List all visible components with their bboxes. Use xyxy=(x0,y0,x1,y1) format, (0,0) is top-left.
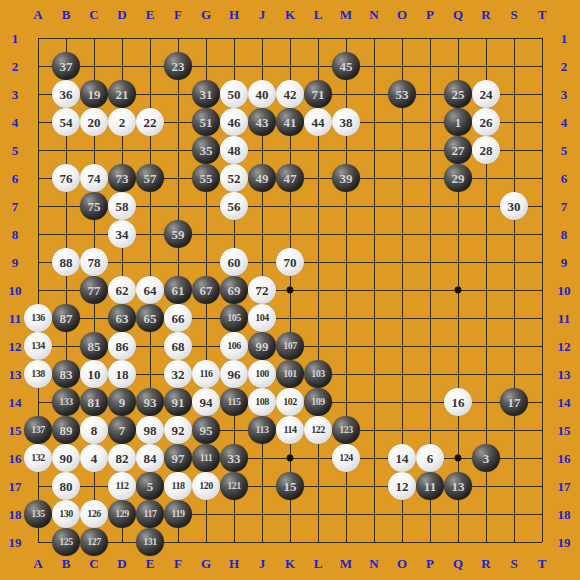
move-number: 96 xyxy=(228,368,241,381)
move-number: 52 xyxy=(228,172,241,185)
move-number: 71 xyxy=(312,88,325,101)
move-number: 138 xyxy=(31,369,45,379)
stone-white-136-A11[interactable]: 136 xyxy=(24,304,52,332)
move-number: 50 xyxy=(228,88,241,101)
stone-black-25-Q3[interactable]: 25 xyxy=(444,80,472,108)
stone-black-63-D11[interactable]: 63 xyxy=(108,304,136,332)
move-number: 109 xyxy=(311,397,325,407)
move-number: 9 xyxy=(119,396,126,409)
move-number: 125 xyxy=(59,537,73,547)
stone-white-60-H9[interactable]: 60 xyxy=(220,248,248,276)
stone-white-62-D10[interactable]: 62 xyxy=(108,276,136,304)
stone-black-59-F8[interactable]: 59 xyxy=(164,220,192,248)
stone-white-24-R3[interactable]: 24 xyxy=(472,80,500,108)
stone-white-80-B17[interactable]: 80 xyxy=(52,472,80,500)
move-number: 69 xyxy=(228,284,241,297)
row-label-right-11: 11 xyxy=(558,312,570,325)
stone-white-14-O16[interactable]: 14 xyxy=(388,444,416,472)
move-number: 93 xyxy=(144,396,157,409)
move-number: 83 xyxy=(60,368,73,381)
row-label-right-19: 19 xyxy=(558,536,571,549)
col-label-bottom-M: M xyxy=(340,557,352,570)
move-number: 129 xyxy=(115,509,129,519)
move-number: 92 xyxy=(172,424,185,437)
stone-black-73-D6[interactable]: 73 xyxy=(108,164,136,192)
col-label-top-D: D xyxy=(117,8,126,21)
stone-black-113-J15[interactable]: 113 xyxy=(248,416,276,444)
star-point-K16 xyxy=(287,455,294,462)
move-number: 25 xyxy=(452,88,465,101)
stone-black-61-F10[interactable]: 61 xyxy=(164,276,192,304)
stone-black-29-Q6[interactable]: 29 xyxy=(444,164,472,192)
col-label-bottom-R: R xyxy=(481,557,490,570)
stone-white-64-E10[interactable]: 64 xyxy=(136,276,164,304)
move-number: 124 xyxy=(339,453,353,463)
row-label-left-10: 10 xyxy=(9,284,22,297)
col-label-top-O: O xyxy=(397,8,407,21)
row-label-right-17: 17 xyxy=(558,480,571,493)
move-number: 86 xyxy=(116,340,129,353)
col-label-bottom-N: N xyxy=(369,557,378,570)
stone-black-85-C12[interactable]: 85 xyxy=(80,332,108,360)
col-label-top-G: G xyxy=(201,8,211,21)
move-number: 97 xyxy=(172,452,185,465)
stone-white-16-Q14[interactable]: 16 xyxy=(444,388,472,416)
col-label-bottom-P: P xyxy=(426,557,434,570)
move-number: 133 xyxy=(59,397,73,407)
move-number: 98 xyxy=(144,424,157,437)
stone-white-138-A13[interactable]: 138 xyxy=(24,360,52,388)
move-number: 59 xyxy=(172,228,185,241)
stone-white-20-C4[interactable]: 20 xyxy=(80,108,108,136)
stone-black-71-L3[interactable]: 71 xyxy=(304,80,332,108)
move-number: 132 xyxy=(31,453,45,463)
move-number: 84 xyxy=(144,452,157,465)
stone-black-99-J12[interactable]: 99 xyxy=(248,332,276,360)
row-label-left-12: 12 xyxy=(9,340,22,353)
move-number: 54 xyxy=(60,116,73,129)
stone-white-120-G17[interactable]: 120 xyxy=(192,472,220,500)
move-number: 74 xyxy=(88,172,101,185)
row-label-left-11: 11 xyxy=(9,312,21,325)
star-point-Q16 xyxy=(455,455,462,462)
move-number: 103 xyxy=(311,369,325,379)
stone-black-115-H14[interactable]: 115 xyxy=(220,388,248,416)
stone-white-126-C18[interactable]: 126 xyxy=(80,500,108,528)
stone-black-81-C14[interactable]: 81 xyxy=(80,388,108,416)
stone-white-44-L4[interactable]: 44 xyxy=(304,108,332,136)
stone-white-40-J3[interactable]: 40 xyxy=(248,80,276,108)
move-number: 58 xyxy=(116,200,129,213)
move-number: 101 xyxy=(283,369,297,379)
col-label-bottom-D: D xyxy=(117,557,126,570)
stone-black-1-Q4[interactable]: 1 xyxy=(444,108,472,136)
col-label-bottom-Q: Q xyxy=(453,557,463,570)
stone-black-97-F16[interactable]: 97 xyxy=(164,444,192,472)
move-number: 127 xyxy=(87,537,101,547)
row-label-right-9: 9 xyxy=(561,256,568,269)
row-label-right-12: 12 xyxy=(558,340,571,353)
stone-white-124-M16[interactable]: 124 xyxy=(332,444,360,472)
stone-white-36-B3[interactable]: 36 xyxy=(52,80,80,108)
stone-white-98-E15[interactable]: 98 xyxy=(136,416,164,444)
move-number: 68 xyxy=(172,340,185,353)
col-label-bottom-G: G xyxy=(201,557,211,570)
stone-black-121-H17[interactable]: 121 xyxy=(220,472,248,500)
stone-black-21-D3[interactable]: 21 xyxy=(108,80,136,108)
move-number: 102 xyxy=(283,397,297,407)
stone-black-83-B13[interactable]: 83 xyxy=(52,360,80,388)
row-label-left-17: 17 xyxy=(9,480,22,493)
stone-white-38-M4[interactable]: 38 xyxy=(332,108,360,136)
col-label-top-T: T xyxy=(538,8,547,21)
col-label-top-K: K xyxy=(285,8,295,21)
move-number: 28 xyxy=(480,144,493,157)
move-number: 37 xyxy=(60,60,73,73)
stone-black-103-L13[interactable]: 103 xyxy=(304,360,332,388)
stone-white-46-H4[interactable]: 46 xyxy=(220,108,248,136)
stone-black-91-F14[interactable]: 91 xyxy=(164,388,192,416)
move-number: 43 xyxy=(256,116,269,129)
row-label-right-14: 14 xyxy=(558,396,571,409)
stone-black-11-P17[interactable]: 11 xyxy=(416,472,444,500)
move-number: 87 xyxy=(60,312,73,325)
stone-white-48-H5[interactable]: 48 xyxy=(220,136,248,164)
stone-black-5-E17[interactable]: 5 xyxy=(136,472,164,500)
col-label-bottom-F: F xyxy=(174,557,182,570)
move-number: 1 xyxy=(455,116,462,129)
stone-black-39-M6[interactable]: 39 xyxy=(332,164,360,192)
move-number: 117 xyxy=(144,509,157,519)
stone-black-117-E18[interactable]: 117 xyxy=(136,500,164,528)
stone-white-76-B6[interactable]: 76 xyxy=(52,164,80,192)
stone-white-74-C6[interactable]: 74 xyxy=(80,164,108,192)
stone-white-8-C15[interactable]: 8 xyxy=(80,416,108,444)
move-number: 45 xyxy=(340,60,353,73)
stone-white-94-G14[interactable]: 94 xyxy=(192,388,220,416)
stone-white-10-C13[interactable]: 10 xyxy=(80,360,108,388)
stone-white-68-F12[interactable]: 68 xyxy=(164,332,192,360)
stone-white-96-H13[interactable]: 96 xyxy=(220,360,248,388)
row-label-left-9: 9 xyxy=(12,256,19,269)
stone-white-58-D7[interactable]: 58 xyxy=(108,192,136,220)
move-number: 22 xyxy=(144,116,157,129)
stone-white-84-E16[interactable]: 84 xyxy=(136,444,164,472)
stone-white-130-B18[interactable]: 130 xyxy=(52,500,80,528)
move-number: 136 xyxy=(31,313,45,323)
move-number: 4 xyxy=(91,452,98,465)
col-label-top-A: A xyxy=(33,8,42,21)
stone-black-33-H16[interactable]: 33 xyxy=(220,444,248,472)
stone-white-106-H12[interactable]: 106 xyxy=(220,332,248,360)
col-label-bottom-L: L xyxy=(314,557,323,570)
stone-black-15-K17[interactable]: 15 xyxy=(276,472,304,500)
move-number: 20 xyxy=(88,116,101,129)
stone-black-47-K6[interactable]: 47 xyxy=(276,164,304,192)
stone-white-118-F17[interactable]: 118 xyxy=(164,472,192,500)
stone-black-7-D15[interactable]: 7 xyxy=(108,416,136,444)
move-number: 118 xyxy=(172,481,185,491)
stone-white-72-J10[interactable]: 72 xyxy=(248,276,276,304)
row-label-right-18: 18 xyxy=(558,508,571,521)
star-point-Q10 xyxy=(455,287,462,294)
stone-black-65-E11[interactable]: 65 xyxy=(136,304,164,332)
stone-black-41-K4[interactable]: 41 xyxy=(276,108,304,136)
stone-white-100-J13[interactable]: 100 xyxy=(248,360,276,388)
stone-white-34-D8[interactable]: 34 xyxy=(108,220,136,248)
move-number: 122 xyxy=(311,425,325,435)
stone-black-119-F18[interactable]: 119 xyxy=(164,500,192,528)
move-number: 51 xyxy=(200,116,213,129)
move-number: 29 xyxy=(452,172,465,185)
stone-white-114-K15[interactable]: 114 xyxy=(276,416,304,444)
move-number: 123 xyxy=(339,425,353,435)
stone-black-51-G4[interactable]: 51 xyxy=(192,108,220,136)
move-number: 107 xyxy=(283,341,297,351)
move-number: 16 xyxy=(452,396,465,409)
row-label-right-15: 15 xyxy=(558,424,571,437)
stone-white-86-D12[interactable]: 86 xyxy=(108,332,136,360)
row-label-right-8: 8 xyxy=(561,228,568,241)
stone-black-49-J6[interactable]: 49 xyxy=(248,164,276,192)
move-number: 26 xyxy=(480,116,493,129)
stone-black-105-H11[interactable]: 105 xyxy=(220,304,248,332)
stone-white-52-H6[interactable]: 52 xyxy=(220,164,248,192)
stone-white-90-B16[interactable]: 90 xyxy=(52,444,80,472)
stone-black-137-A15[interactable]: 137 xyxy=(24,416,52,444)
move-number: 46 xyxy=(228,116,241,129)
move-number: 90 xyxy=(60,452,73,465)
move-number: 63 xyxy=(116,312,129,325)
move-number: 27 xyxy=(452,144,465,157)
move-number: 73 xyxy=(116,172,129,185)
move-number: 134 xyxy=(31,341,45,351)
stone-black-53-O3[interactable]: 53 xyxy=(388,80,416,108)
stone-white-12-O17[interactable]: 12 xyxy=(388,472,416,500)
stone-black-109-L14[interactable]: 109 xyxy=(304,388,332,416)
stone-black-27-Q5[interactable]: 27 xyxy=(444,136,472,164)
move-number: 85 xyxy=(88,340,101,353)
move-number: 14 xyxy=(396,452,409,465)
stone-black-69-H10[interactable]: 69 xyxy=(220,276,248,304)
row-label-left-7: 7 xyxy=(12,200,19,213)
stone-white-92-F15[interactable]: 92 xyxy=(164,416,192,444)
move-number: 112 xyxy=(116,481,129,491)
stone-black-135-A18[interactable]: 135 xyxy=(24,500,52,528)
move-number: 44 xyxy=(312,116,325,129)
stone-white-108-J14[interactable]: 108 xyxy=(248,388,276,416)
move-number: 3 xyxy=(483,452,490,465)
row-label-right-16: 16 xyxy=(558,452,571,465)
stone-white-2-D4[interactable]: 2 xyxy=(108,108,136,136)
stone-black-127-C19[interactable]: 127 xyxy=(80,528,108,556)
move-number: 114 xyxy=(284,425,297,435)
stone-black-3-R16[interactable]: 3 xyxy=(472,444,500,472)
stone-black-93-E14[interactable]: 93 xyxy=(136,388,164,416)
stone-white-22-E4[interactable]: 22 xyxy=(136,108,164,136)
move-number: 49 xyxy=(256,172,269,185)
move-number: 121 xyxy=(227,481,241,491)
col-label-top-J: J xyxy=(259,8,266,21)
move-number: 21 xyxy=(116,88,129,101)
move-number: 15 xyxy=(284,480,297,493)
move-number: 33 xyxy=(228,452,241,465)
move-number: 47 xyxy=(284,172,297,185)
stone-white-56-H7[interactable]: 56 xyxy=(220,192,248,220)
stone-black-43-J4[interactable]: 43 xyxy=(248,108,276,136)
stone-white-104-J11[interactable]: 104 xyxy=(248,304,276,332)
stone-white-32-F13[interactable]: 32 xyxy=(164,360,192,388)
col-label-top-S: S xyxy=(510,8,517,21)
move-number: 38 xyxy=(340,116,353,129)
stone-black-129-D18[interactable]: 129 xyxy=(108,500,136,528)
stone-white-122-L15[interactable]: 122 xyxy=(304,416,332,444)
move-number: 7 xyxy=(119,424,126,437)
stone-white-42-K3[interactable]: 42 xyxy=(276,80,304,108)
stone-white-82-D16[interactable]: 82 xyxy=(108,444,136,472)
move-number: 41 xyxy=(284,116,297,129)
row-label-left-4: 4 xyxy=(12,116,19,129)
stone-white-28-R5[interactable]: 28 xyxy=(472,136,500,164)
stone-white-26-R4[interactable]: 26 xyxy=(472,108,500,136)
move-number: 6 xyxy=(427,452,434,465)
stone-black-77-C10[interactable]: 77 xyxy=(80,276,108,304)
stone-black-111-G16[interactable]: 111 xyxy=(192,444,220,472)
stone-black-125-B19[interactable]: 125 xyxy=(52,528,80,556)
move-number: 80 xyxy=(60,480,73,493)
col-label-top-E: E xyxy=(146,8,155,21)
move-number: 108 xyxy=(255,397,269,407)
move-number: 130 xyxy=(59,509,73,519)
move-number: 42 xyxy=(284,88,297,101)
stone-white-66-F11[interactable]: 66 xyxy=(164,304,192,332)
stone-black-123-M15[interactable]: 123 xyxy=(332,416,360,444)
move-number: 32 xyxy=(172,368,185,381)
stone-black-101-K13[interactable]: 101 xyxy=(276,360,304,388)
row-label-left-6: 6 xyxy=(12,172,19,185)
stone-black-89-B15[interactable]: 89 xyxy=(52,416,80,444)
row-label-left-15: 15 xyxy=(9,424,22,437)
move-number: 137 xyxy=(31,425,45,435)
col-label-bottom-J: J xyxy=(259,557,266,570)
move-number: 40 xyxy=(256,88,269,101)
col-label-top-F: F xyxy=(174,8,182,21)
stone-white-70-K9[interactable]: 70 xyxy=(276,248,304,276)
stone-black-107-K12[interactable]: 107 xyxy=(276,332,304,360)
col-label-top-N: N xyxy=(369,8,378,21)
move-number: 75 xyxy=(88,200,101,213)
move-number: 135 xyxy=(31,509,45,519)
move-number: 19 xyxy=(88,88,101,101)
stone-black-67-G10[interactable]: 67 xyxy=(192,276,220,304)
move-number: 60 xyxy=(228,256,241,269)
stone-white-88-B9[interactable]: 88 xyxy=(52,248,80,276)
stone-white-54-B4[interactable]: 54 xyxy=(52,108,80,136)
move-number: 35 xyxy=(200,144,213,157)
move-number: 70 xyxy=(284,256,297,269)
row-label-left-2: 2 xyxy=(12,60,19,73)
move-number: 62 xyxy=(116,284,129,297)
stone-black-9-D14[interactable]: 9 xyxy=(108,388,136,416)
stone-black-87-B11[interactable]: 87 xyxy=(52,304,80,332)
move-number: 104 xyxy=(255,313,269,323)
stone-black-13-Q17[interactable]: 13 xyxy=(444,472,472,500)
stone-white-50-H3[interactable]: 50 xyxy=(220,80,248,108)
stone-white-134-A12[interactable]: 134 xyxy=(24,332,52,360)
move-number: 57 xyxy=(144,172,157,185)
stone-black-55-G6[interactable]: 55 xyxy=(192,164,220,192)
goban[interactable]: AABBCCDDEEFFGGHHJJKKLLMMNNOOPPQQRRSSTT11… xyxy=(0,0,580,580)
col-label-top-Q: Q xyxy=(453,8,463,21)
move-number: 77 xyxy=(88,284,101,297)
col-label-top-H: H xyxy=(229,8,239,21)
stone-black-133-B14[interactable]: 133 xyxy=(52,388,80,416)
stone-black-37-B2[interactable]: 37 xyxy=(52,52,80,80)
stone-white-30-S7[interactable]: 30 xyxy=(500,192,528,220)
row-label-right-3: 3 xyxy=(561,88,568,101)
move-number: 13 xyxy=(452,480,465,493)
move-number: 61 xyxy=(172,284,185,297)
stone-white-132-A16[interactable]: 132 xyxy=(24,444,52,472)
stone-white-116-G13[interactable]: 116 xyxy=(192,360,220,388)
col-label-bottom-K: K xyxy=(285,557,295,570)
stone-black-45-M2[interactable]: 45 xyxy=(332,52,360,80)
stone-black-95-G15[interactable]: 95 xyxy=(192,416,220,444)
row-label-right-10: 10 xyxy=(558,284,571,297)
move-number: 78 xyxy=(88,256,101,269)
move-number: 56 xyxy=(228,200,241,213)
move-number: 34 xyxy=(116,228,129,241)
move-number: 11 xyxy=(424,480,436,493)
move-number: 91 xyxy=(172,396,185,409)
star-point-K10 xyxy=(287,287,294,294)
move-number: 53 xyxy=(396,88,409,101)
stone-white-112-D17[interactable]: 112 xyxy=(108,472,136,500)
stone-black-31-G3[interactable]: 31 xyxy=(192,80,220,108)
stone-black-19-C3[interactable]: 19 xyxy=(80,80,108,108)
row-label-left-8: 8 xyxy=(12,228,19,241)
stone-black-131-E19[interactable]: 131 xyxy=(136,528,164,556)
row-label-right-5: 5 xyxy=(561,144,568,157)
stone-black-23-F2[interactable]: 23 xyxy=(164,52,192,80)
col-label-bottom-T: T xyxy=(538,557,547,570)
stone-black-35-G5[interactable]: 35 xyxy=(192,136,220,164)
stone-black-57-E6[interactable]: 57 xyxy=(136,164,164,192)
move-number: 72 xyxy=(256,284,269,297)
move-number: 67 xyxy=(200,284,213,297)
stone-white-18-D13[interactable]: 18 xyxy=(108,360,136,388)
stone-white-102-K14[interactable]: 102 xyxy=(276,388,304,416)
col-label-bottom-C: C xyxy=(89,557,98,570)
move-number: 64 xyxy=(144,284,157,297)
move-number: 24 xyxy=(480,88,493,101)
row-label-right-2: 2 xyxy=(561,60,568,73)
stone-white-4-C16[interactable]: 4 xyxy=(80,444,108,472)
stone-white-6-P16[interactable]: 6 xyxy=(416,444,444,472)
move-number: 8 xyxy=(91,424,98,437)
move-number: 95 xyxy=(200,424,213,437)
col-label-top-M: M xyxy=(340,8,352,21)
row-label-left-14: 14 xyxy=(9,396,22,409)
move-number: 65 xyxy=(144,312,157,325)
move-number: 17 xyxy=(508,396,521,409)
move-number: 131 xyxy=(143,537,157,547)
move-number: 2 xyxy=(119,116,126,129)
stone-black-75-C7[interactable]: 75 xyxy=(80,192,108,220)
stone-white-78-C9[interactable]: 78 xyxy=(80,248,108,276)
stone-black-17-S14[interactable]: 17 xyxy=(500,388,528,416)
col-label-top-B: B xyxy=(62,8,71,21)
